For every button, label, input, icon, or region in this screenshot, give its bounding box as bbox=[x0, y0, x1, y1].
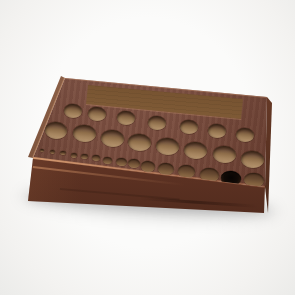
pit-back-1 bbox=[63, 103, 82, 118]
pit-front-4 bbox=[71, 152, 78, 157]
pit-middle-4 bbox=[127, 133, 152, 152]
pit-front-2 bbox=[49, 150, 54, 154]
pit-middle-3 bbox=[100, 129, 125, 148]
pit-middle-8 bbox=[240, 150, 265, 169]
pit-back-3 bbox=[116, 110, 135, 125]
pit-middle-6 bbox=[183, 141, 208, 160]
pit-front-1 bbox=[40, 149, 45, 153]
pit-front-11 bbox=[158, 162, 175, 175]
pit-back-4 bbox=[147, 115, 166, 130]
pit-middle-7 bbox=[212, 145, 237, 164]
pit-front-3 bbox=[60, 151, 66, 156]
pit-front-5 bbox=[81, 154, 89, 160]
pits-layer bbox=[0, 0, 295, 295]
pit-front-8 bbox=[115, 157, 127, 166]
pit-back-2 bbox=[87, 106, 106, 121]
pit-middle-5 bbox=[155, 137, 180, 156]
pit-front-6 bbox=[92, 155, 101, 162]
pit-back-7 bbox=[235, 127, 254, 142]
photo-canvas bbox=[0, 0, 295, 295]
pit-front-7 bbox=[103, 156, 113, 164]
pit-front-9 bbox=[127, 159, 140, 170]
pit-back-5 bbox=[179, 119, 198, 134]
pit-middle-2 bbox=[72, 124, 97, 143]
pit-middle-1 bbox=[44, 121, 67, 140]
pit-back-6 bbox=[207, 123, 226, 138]
pit-front-10 bbox=[141, 160, 156, 172]
